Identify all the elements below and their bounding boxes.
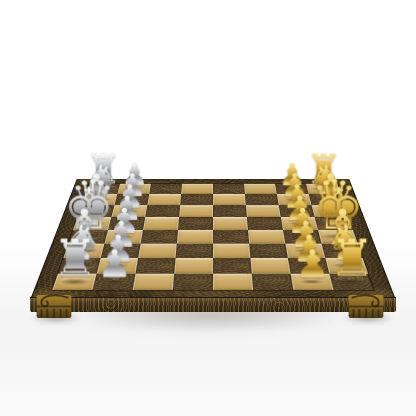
square-d3 bbox=[143, 217, 179, 230]
square-a4 bbox=[181, 184, 213, 195]
square-b4 bbox=[180, 194, 213, 205]
silver-rook-glyph: ♜ bbox=[52, 232, 98, 283]
square-f6 bbox=[249, 244, 288, 258]
square-a5 bbox=[213, 184, 245, 195]
square-g6 bbox=[250, 258, 290, 274]
square-e6 bbox=[248, 230, 285, 244]
gold-rook-glyph: ♜ bbox=[329, 232, 375, 283]
square-d5 bbox=[213, 217, 248, 230]
gold-pawn-glyph: ♟ bbox=[295, 244, 329, 282]
square-g4 bbox=[174, 258, 213, 274]
greek-column-leg-icon bbox=[35, 292, 73, 319]
square-c6 bbox=[246, 205, 281, 217]
front-left-leg bbox=[35, 292, 73, 319]
square-c5 bbox=[213, 205, 247, 217]
square-h4 bbox=[173, 274, 213, 291]
square-g5 bbox=[213, 258, 252, 274]
square-e3 bbox=[141, 230, 178, 244]
square-e4 bbox=[177, 230, 213, 244]
board-front-edge bbox=[30, 297, 396, 312]
silver-pawn-glyph: ♟ bbox=[97, 244, 131, 282]
chess-board: ♜♜♟♟♟♟♜♜♞♞♟♟♟♟♞♞♝♝♟♟♟♟♝♝♛♛♟♟♟♟♛♛♚♚♟♟♟♟♚♚… bbox=[31, 179, 396, 298]
square-d6 bbox=[247, 217, 283, 230]
front-right-leg bbox=[347, 292, 385, 319]
square-h6 bbox=[252, 274, 294, 291]
square-c3 bbox=[145, 205, 180, 217]
square-f5 bbox=[213, 244, 250, 258]
square-d4 bbox=[178, 217, 213, 230]
square-h5 bbox=[213, 274, 253, 291]
square-b6 bbox=[245, 194, 279, 205]
square-h3 bbox=[133, 274, 175, 291]
square-f4 bbox=[176, 244, 213, 258]
square-a3 bbox=[149, 184, 182, 195]
square-b3 bbox=[147, 194, 181, 205]
greek-column-leg-icon bbox=[347, 292, 385, 319]
square-a6 bbox=[244, 184, 277, 195]
square-c4 bbox=[179, 205, 213, 217]
chess-set-photo: ♜♜♟♟♟♟♜♜♞♞♟♟♟♟♞♞♝♝♟♟♟♟♝♝♛♛♟♟♟♟♛♛♚♚♟♟♟♟♚♚… bbox=[0, 0, 416, 416]
square-e5 bbox=[213, 230, 249, 244]
square-b5 bbox=[213, 194, 246, 205]
perspective-scene: ♜♜♟♟♟♟♜♜♞♞♟♟♟♟♞♞♝♝♟♟♟♟♝♝♛♛♟♟♟♟♛♛♚♚♟♟♟♟♚♚… bbox=[0, 0, 416, 416]
square-g3 bbox=[135, 258, 175, 274]
square-f3 bbox=[138, 244, 177, 258]
